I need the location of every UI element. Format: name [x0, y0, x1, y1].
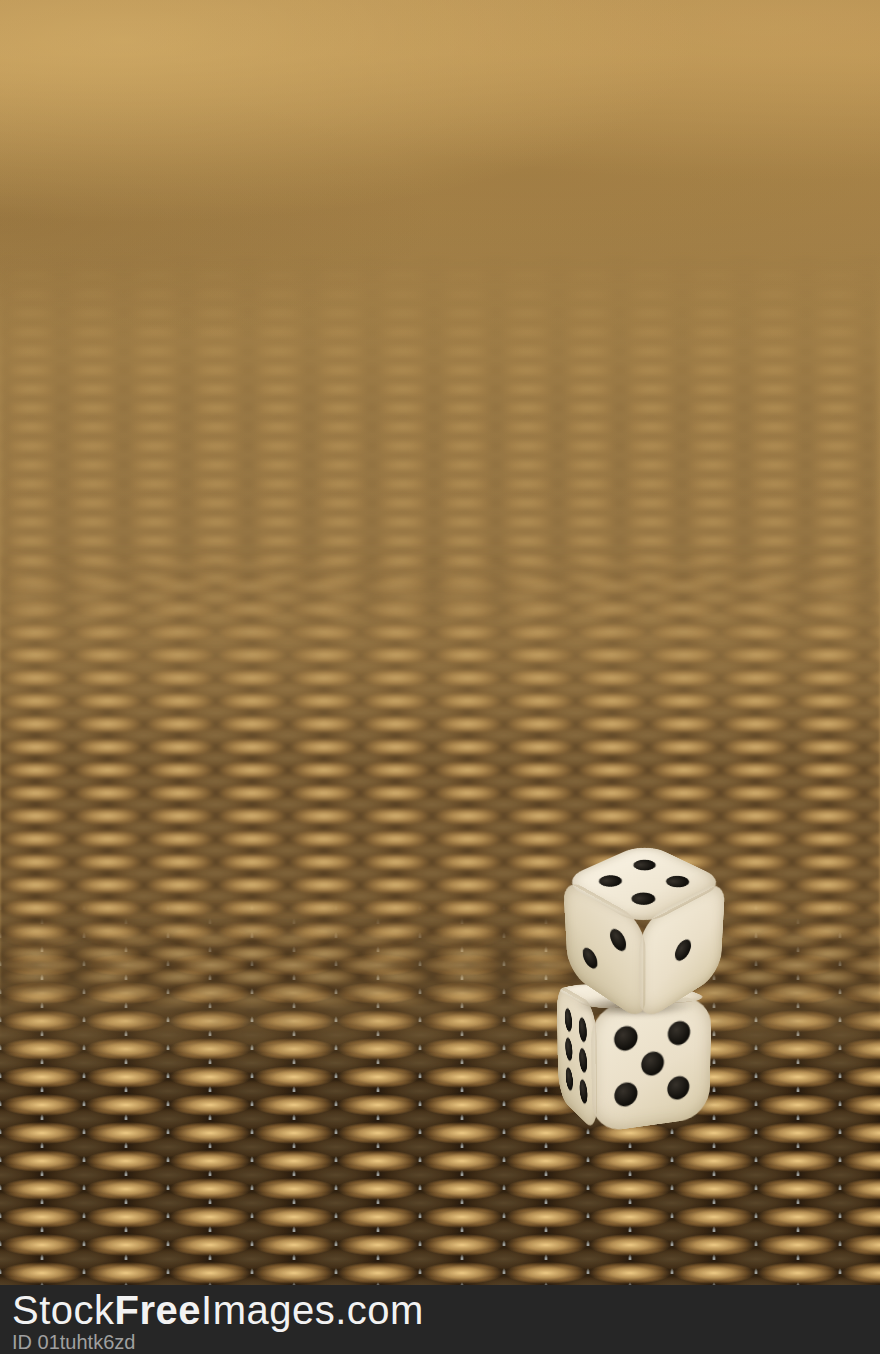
pip	[614, 1025, 637, 1052]
pip	[566, 1065, 573, 1093]
top-die-cube	[600, 860, 683, 997]
pip	[565, 1035, 573, 1063]
watermark-brand-free: Free	[115, 1288, 202, 1332]
pip	[629, 857, 660, 872]
watermark-image-id: ID 01tuhtk6zd	[12, 1331, 880, 1353]
stock-photo-dice-on-wicker-mat: StockFreeImages.com ID 01tuhtk6zd	[0, 0, 880, 1354]
pip	[579, 1015, 587, 1044]
pip	[641, 1051, 664, 1077]
pip	[609, 925, 625, 954]
watermark-brand: StockFreeImages.com	[12, 1290, 880, 1330]
pip	[668, 1020, 691, 1046]
watermark-brand-stock: Stock	[12, 1288, 115, 1332]
pip	[661, 873, 693, 889]
pip	[582, 944, 597, 972]
pip	[615, 1081, 638, 1108]
depth-of-field-blur-haze	[0, 0, 880, 1354]
pip	[626, 890, 659, 907]
pip	[594, 873, 626, 889]
pip	[579, 1076, 587, 1106]
watermark-brand-images: Images.com	[201, 1288, 424, 1332]
pip	[667, 1075, 689, 1101]
top-die	[561, 845, 726, 1010]
pip	[579, 1046, 587, 1076]
watermark-bar: StockFreeImages.com ID 01tuhtk6zd	[0, 1285, 880, 1354]
pip	[674, 936, 690, 964]
